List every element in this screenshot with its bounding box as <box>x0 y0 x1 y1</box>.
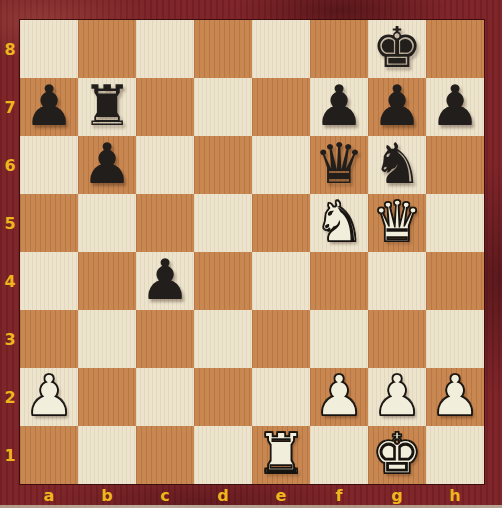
rank-label-1: 1 <box>0 426 20 484</box>
square-d6[interactable] <box>194 136 252 194</box>
chessboard: ♚♟♜♟♟♟♟♛♞♞♛♟♟♟♟♟♜♚ <box>20 20 484 484</box>
black-rook: ♜ <box>82 77 132 135</box>
square-a4[interactable] <box>20 252 78 310</box>
black-pawn: ♟ <box>314 77 364 135</box>
file-label-e: e <box>252 484 310 506</box>
square-h5[interactable] <box>426 194 484 252</box>
white-rook: ♜ <box>256 425 306 483</box>
square-a5[interactable] <box>20 194 78 252</box>
square-h6[interactable] <box>426 136 484 194</box>
square-e1[interactable]: ♜ <box>252 426 310 484</box>
square-e3[interactable] <box>252 310 310 368</box>
square-h4[interactable] <box>426 252 484 310</box>
square-a3[interactable] <box>20 310 78 368</box>
square-f8[interactable] <box>310 20 368 78</box>
rank-label-8: 8 <box>0 20 20 78</box>
square-h1[interactable] <box>426 426 484 484</box>
square-d7[interactable] <box>194 78 252 136</box>
square-h7[interactable]: ♟ <box>426 78 484 136</box>
square-c2[interactable] <box>136 368 194 426</box>
white-knight: ♞ <box>314 193 364 251</box>
white-pawn: ♟ <box>430 367 480 425</box>
square-f3[interactable] <box>310 310 368 368</box>
square-d4[interactable] <box>194 252 252 310</box>
square-b7[interactable]: ♜ <box>78 78 136 136</box>
square-h2[interactable]: ♟ <box>426 368 484 426</box>
rank-label-4: 4 <box>0 252 20 310</box>
square-g3[interactable] <box>368 310 426 368</box>
square-b5[interactable] <box>78 194 136 252</box>
white-pawn: ♟ <box>24 367 74 425</box>
square-f1[interactable] <box>310 426 368 484</box>
square-e4[interactable] <box>252 252 310 310</box>
white-pawn: ♟ <box>372 367 422 425</box>
black-pawn: ♟ <box>82 135 132 193</box>
square-c3[interactable] <box>136 310 194 368</box>
rank-label-7: 7 <box>0 78 20 136</box>
square-a2[interactable]: ♟ <box>20 368 78 426</box>
square-d2[interactable] <box>194 368 252 426</box>
square-b3[interactable] <box>78 310 136 368</box>
square-d5[interactable] <box>194 194 252 252</box>
white-pawn: ♟ <box>314 367 364 425</box>
square-f2[interactable]: ♟ <box>310 368 368 426</box>
square-d8[interactable] <box>194 20 252 78</box>
rank-label-2: 2 <box>0 368 20 426</box>
square-e6[interactable] <box>252 136 310 194</box>
file-label-d: d <box>194 484 252 506</box>
square-b6[interactable]: ♟ <box>78 136 136 194</box>
square-f5[interactable]: ♞ <box>310 194 368 252</box>
file-label-h: h <box>426 484 484 506</box>
square-a1[interactable] <box>20 426 78 484</box>
square-g1[interactable]: ♚ <box>368 426 426 484</box>
square-h8[interactable] <box>426 20 484 78</box>
square-d1[interactable] <box>194 426 252 484</box>
square-e5[interactable] <box>252 194 310 252</box>
square-b1[interactable] <box>78 426 136 484</box>
square-c1[interactable] <box>136 426 194 484</box>
black-king: ♚ <box>372 19 422 77</box>
square-c4[interactable]: ♟ <box>136 252 194 310</box>
rank-label-5: 5 <box>0 194 20 252</box>
square-b4[interactable] <box>78 252 136 310</box>
square-f7[interactable]: ♟ <box>310 78 368 136</box>
white-king: ♚ <box>372 425 422 483</box>
square-g6[interactable]: ♞ <box>368 136 426 194</box>
square-h3[interactable] <box>426 310 484 368</box>
chessboard-frame: ♚♟♜♟♟♟♟♛♞♞♛♟♟♟♟♟♜♚ 87654321 abcdefgh <box>0 0 502 508</box>
square-c7[interactable] <box>136 78 194 136</box>
square-a6[interactable] <box>20 136 78 194</box>
square-g2[interactable]: ♟ <box>368 368 426 426</box>
file-label-c: c <box>136 484 194 506</box>
file-label-b: b <box>78 484 136 506</box>
square-e8[interactable] <box>252 20 310 78</box>
rank-label-6: 6 <box>0 136 20 194</box>
square-g7[interactable]: ♟ <box>368 78 426 136</box>
square-c6[interactable] <box>136 136 194 194</box>
white-queen: ♛ <box>372 193 422 251</box>
square-c5[interactable] <box>136 194 194 252</box>
square-e7[interactable] <box>252 78 310 136</box>
square-e2[interactable] <box>252 368 310 426</box>
black-pawn: ♟ <box>372 77 422 135</box>
square-a7[interactable]: ♟ <box>20 78 78 136</box>
square-g4[interactable] <box>368 252 426 310</box>
square-a8[interactable] <box>20 20 78 78</box>
file-label-a: a <box>20 484 78 506</box>
file-label-g: g <box>368 484 426 506</box>
square-b2[interactable] <box>78 368 136 426</box>
black-pawn: ♟ <box>24 77 74 135</box>
square-c8[interactable] <box>136 20 194 78</box>
square-f6[interactable]: ♛ <box>310 136 368 194</box>
black-queen: ♛ <box>314 135 364 193</box>
square-g8[interactable]: ♚ <box>368 20 426 78</box>
black-knight: ♞ <box>372 135 422 193</box>
square-d3[interactable] <box>194 310 252 368</box>
square-b8[interactable] <box>78 20 136 78</box>
square-f4[interactable] <box>310 252 368 310</box>
black-pawn: ♟ <box>140 251 190 309</box>
file-label-f: f <box>310 484 368 506</box>
square-g5[interactable]: ♛ <box>368 194 426 252</box>
black-pawn: ♟ <box>430 77 480 135</box>
rank-label-3: 3 <box>0 310 20 368</box>
